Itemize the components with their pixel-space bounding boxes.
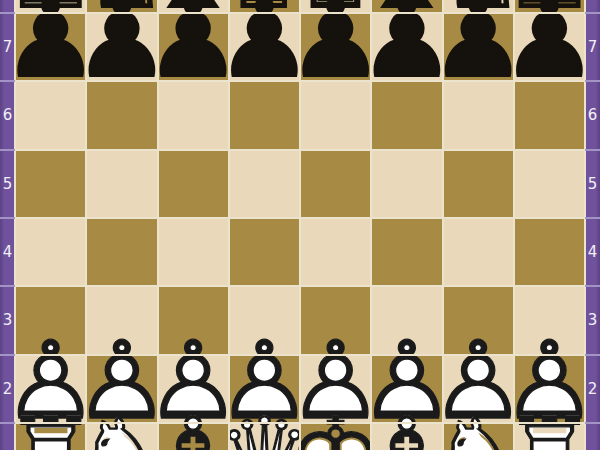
square-e4[interactable]	[300, 218, 371, 286]
rank-label-right-2: 2	[588, 380, 598, 398]
square-a5[interactable]	[15, 150, 86, 218]
rank-label-right-4: 4	[588, 243, 598, 261]
rank-label-right-3: 3	[588, 311, 598, 329]
square-f6[interactable]	[371, 81, 442, 149]
border-separator-line	[585, 149, 600, 151]
square-g4[interactable]	[443, 218, 514, 286]
square-g6[interactable]	[443, 81, 514, 149]
square-h5[interactable]	[514, 150, 585, 218]
board-grid-line	[85, 0, 87, 450]
white-rook-h1[interactable]: ♜♖	[502, 404, 597, 450]
square-e5[interactable]	[300, 150, 371, 218]
square-h1[interactable]: ♜♖	[514, 423, 585, 450]
board-grid-line	[15, 217, 585, 219]
border-separator-line	[585, 354, 600, 356]
rank-label-left-2: 2	[3, 380, 13, 398]
border-separator-line	[585, 80, 600, 82]
border-separator-line	[585, 12, 600, 14]
square-e6[interactable]	[300, 81, 371, 149]
board-grid-line	[14, 0, 16, 450]
border-separator-line	[0, 149, 15, 151]
board-grid-line	[584, 0, 586, 450]
square-b4[interactable]	[86, 218, 157, 286]
square-h7[interactable]: ♟	[514, 13, 585, 81]
border-separator-line	[0, 285, 15, 287]
border-separator-line	[0, 80, 15, 82]
square-d6[interactable]	[229, 81, 300, 149]
board-grid-line	[228, 0, 230, 450]
board-grid-line	[299, 0, 301, 450]
rank-label-right-6: 6	[588, 106, 598, 124]
board-grid-line	[15, 12, 585, 14]
rank-label-left-6: 6	[3, 106, 13, 124]
board-grid-line	[15, 80, 585, 82]
rank-label-right-5: 5	[588, 175, 598, 193]
rank-label-left-3: 3	[3, 311, 13, 329]
square-d5[interactable]	[229, 150, 300, 218]
square-d4[interactable]	[229, 218, 300, 286]
board-grid-line	[15, 285, 585, 287]
square-a6[interactable]	[15, 81, 86, 149]
border-separator-line	[585, 285, 600, 287]
rank-label-left-5: 5	[3, 175, 13, 193]
chess-board: ♜♞♝♛♚♝♞♜♟♟♟♟♟♟♟♟♟♙♟♙♟♙♟♙♟♙♟♙♟♙♟♙♜♖♞♘♝♗♛♕…	[0, 0, 600, 450]
board-grid-line	[15, 354, 585, 356]
square-c4[interactable]	[158, 218, 229, 286]
board-grid-line	[442, 0, 444, 450]
board-grid-line	[513, 0, 515, 450]
border-separator-line	[0, 12, 15, 14]
board-grid-line	[370, 0, 372, 450]
border-separator-line	[0, 354, 15, 356]
square-a4[interactable]	[15, 218, 86, 286]
board-grid-line	[15, 422, 585, 424]
square-c6[interactable]	[158, 81, 229, 149]
square-c5[interactable]	[158, 150, 229, 218]
square-f5[interactable]	[371, 150, 442, 218]
board-grid-line	[15, 149, 585, 151]
rank-label-left-4: 4	[3, 243, 13, 261]
square-b6[interactable]	[86, 81, 157, 149]
square-b5[interactable]	[86, 150, 157, 218]
rank-label-right-7: 7	[588, 38, 598, 56]
square-h4[interactable]	[514, 218, 585, 286]
square-f4[interactable]	[371, 218, 442, 286]
board-grid-line	[157, 0, 159, 450]
border-separator-line	[585, 422, 600, 424]
border-separator-line	[0, 422, 15, 424]
square-g5[interactable]	[443, 150, 514, 218]
border-separator-line	[585, 217, 600, 219]
square-h6[interactable]	[514, 81, 585, 149]
rank-label-left-7: 7	[3, 38, 13, 56]
border-separator-line	[0, 217, 15, 219]
